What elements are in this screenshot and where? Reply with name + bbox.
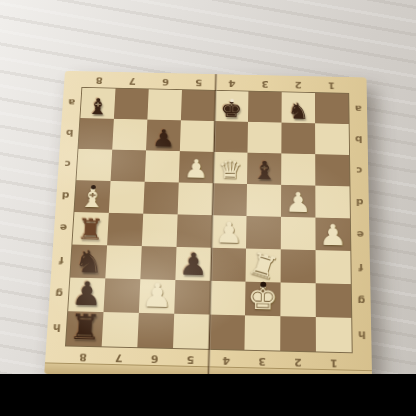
rank-label-8: 8 bbox=[83, 75, 117, 86]
square-c7 bbox=[111, 150, 146, 182]
file-label-b: b bbox=[352, 124, 365, 155]
file-label-d: d bbox=[58, 180, 72, 212]
square-g6: ♟ bbox=[139, 279, 176, 314]
black-pawn-b6: ♟ bbox=[151, 126, 175, 150]
rank-label-7: 7 bbox=[101, 351, 137, 363]
square-b2 bbox=[281, 123, 315, 155]
file-label-c: c bbox=[60, 149, 74, 181]
square-f7 bbox=[105, 245, 141, 279]
white-queen-c4: ♛ bbox=[218, 157, 243, 183]
square-e5 bbox=[177, 214, 213, 247]
file-label-g: g bbox=[52, 277, 67, 311]
square-c3: ♝ bbox=[247, 153, 281, 185]
square-b5 bbox=[180, 120, 215, 152]
square-c8 bbox=[76, 149, 112, 181]
rank-label-7: 7 bbox=[116, 75, 150, 86]
rank-label-3: 3 bbox=[248, 78, 281, 89]
square-e4: ♟ bbox=[211, 215, 246, 248]
square-g8: ♟ bbox=[68, 278, 105, 312]
square-b7 bbox=[112, 119, 147, 151]
file-labels-right: abcdefgh bbox=[352, 94, 369, 353]
rank-label-1: 1 bbox=[316, 356, 352, 368]
square-d8: ♝ bbox=[74, 180, 110, 213]
square-f2 bbox=[281, 249, 316, 283]
file-label-h: h bbox=[49, 311, 64, 346]
black-bishop-a8: ♝ bbox=[86, 95, 109, 117]
square-h5 bbox=[173, 314, 210, 349]
file-label-e: e bbox=[56, 212, 71, 245]
square-d1 bbox=[315, 186, 350, 219]
square-c5: ♟ bbox=[179, 151, 214, 183]
rank-label-4: 4 bbox=[215, 77, 248, 88]
square-b6: ♟ bbox=[146, 120, 181, 152]
rank-label-6: 6 bbox=[149, 76, 183, 87]
square-a3 bbox=[248, 92, 282, 123]
file-label-a: a bbox=[352, 94, 365, 125]
square-h8: ♜ bbox=[66, 311, 103, 346]
white-king-finial bbox=[260, 282, 266, 288]
square-c2 bbox=[281, 153, 315, 185]
square-c4: ♛ bbox=[213, 152, 248, 184]
white-pawn-g6: ♟ bbox=[141, 279, 173, 312]
white-pawn-c5: ♟ bbox=[184, 156, 209, 182]
white-pawn-e1: ♟ bbox=[319, 220, 347, 250]
square-f4 bbox=[210, 248, 246, 282]
square-g7 bbox=[104, 278, 141, 313]
black-knight-a2: ♞ bbox=[287, 100, 309, 122]
white-bishop-finial bbox=[91, 184, 96, 189]
square-a6 bbox=[147, 89, 182, 120]
square-a7 bbox=[114, 89, 149, 120]
square-e7 bbox=[107, 213, 143, 246]
square-h2 bbox=[280, 316, 316, 351]
chess-board: 87654321 87654321 abcdefgh abcdefgh ♝♚♞♟… bbox=[44, 71, 372, 382]
square-h7 bbox=[102, 312, 139, 347]
square-d3 bbox=[247, 184, 282, 217]
photo-background: 87654321 87654321 abcdefgh abcdefgh ♝♚♞♟… bbox=[0, 0, 416, 416]
square-h6 bbox=[137, 313, 174, 348]
square-d5 bbox=[178, 183, 213, 216]
square-g3: ♚ bbox=[245, 282, 281, 317]
square-a2: ♞ bbox=[282, 92, 316, 123]
black-pawn-f5: ♟ bbox=[178, 248, 208, 279]
square-g4 bbox=[210, 281, 246, 316]
square-d4 bbox=[212, 183, 247, 216]
square-g5 bbox=[174, 280, 210, 315]
square-c6 bbox=[145, 150, 180, 182]
square-h3 bbox=[244, 315, 280, 350]
square-c1 bbox=[315, 154, 349, 186]
square-a4: ♚ bbox=[214, 91, 248, 122]
square-f6 bbox=[140, 246, 176, 280]
file-label-c: c bbox=[353, 155, 366, 187]
rank-label-6: 6 bbox=[137, 352, 173, 364]
square-f3: ♜ bbox=[245, 249, 280, 283]
black-rook-e8: ♜ bbox=[76, 215, 105, 245]
white-pawn-d2: ♟ bbox=[285, 189, 311, 217]
file-label-g: g bbox=[355, 284, 368, 318]
file-label-d: d bbox=[353, 186, 366, 218]
black-king-finial bbox=[230, 99, 234, 102]
square-g1 bbox=[316, 283, 352, 318]
square-d7 bbox=[109, 181, 145, 214]
square-a1 bbox=[315, 93, 349, 124]
square-b1 bbox=[315, 123, 349, 155]
rank-label-2: 2 bbox=[282, 79, 315, 90]
file-label-e: e bbox=[354, 218, 367, 251]
square-d2: ♟ bbox=[281, 185, 315, 218]
file-label-f: f bbox=[354, 251, 367, 284]
letterbox-bar bbox=[0, 374, 416, 416]
square-g2 bbox=[280, 282, 315, 317]
square-a8: ♝ bbox=[80, 88, 115, 119]
square-b8 bbox=[78, 118, 113, 150]
black-pawn-g8: ♟ bbox=[71, 278, 104, 311]
square-e3 bbox=[246, 216, 281, 249]
black-rook-h8: ♜ bbox=[68, 310, 102, 346]
square-a5 bbox=[181, 90, 215, 121]
file-label-b: b bbox=[63, 118, 77, 149]
square-e1: ♟ bbox=[315, 218, 350, 251]
black-bishop-c3: ♝ bbox=[252, 158, 277, 184]
square-h4 bbox=[209, 315, 245, 350]
white-bishop-d8: ♝ bbox=[79, 184, 107, 212]
black-king-a4: ♚ bbox=[220, 98, 242, 120]
square-e6 bbox=[142, 214, 178, 247]
rank-label-1: 1 bbox=[315, 80, 348, 91]
white-pawn-e4: ♟ bbox=[215, 218, 243, 248]
file-label-a: a bbox=[65, 87, 79, 118]
square-f8: ♞ bbox=[70, 245, 107, 279]
rank-label-5: 5 bbox=[172, 353, 208, 365]
square-f1 bbox=[316, 250, 351, 284]
rank-label-3: 3 bbox=[244, 355, 280, 367]
file-label-f: f bbox=[54, 244, 69, 277]
square-b4 bbox=[214, 121, 248, 153]
white-rook-f3: ♜ bbox=[245, 247, 282, 285]
square-b3 bbox=[247, 122, 281, 154]
rank-label-4: 4 bbox=[208, 354, 244, 366]
rank-label-2: 2 bbox=[280, 355, 316, 367]
square-e8: ♜ bbox=[72, 212, 108, 245]
square-e2 bbox=[281, 217, 316, 250]
square-f5: ♟ bbox=[175, 247, 211, 281]
file-label-h: h bbox=[355, 318, 368, 353]
white-king-g3: ♚ bbox=[247, 282, 278, 316]
black-knight-f8: ♞ bbox=[73, 246, 104, 277]
rank-label-8: 8 bbox=[65, 350, 101, 362]
square-h1 bbox=[316, 317, 352, 352]
rank-label-5: 5 bbox=[182, 77, 215, 88]
square-d6 bbox=[143, 182, 179, 215]
